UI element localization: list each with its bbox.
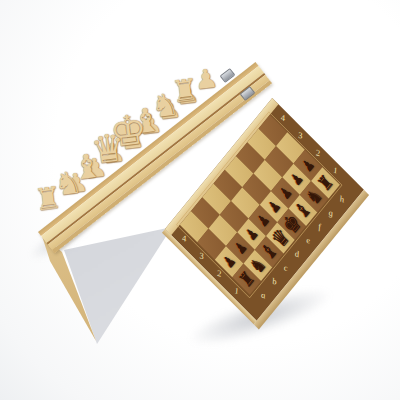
- chess-piece-light-R-back1[interactable]: ♜: [30, 182, 65, 216]
- chess-piece-light-P-pawn8[interactable]: ♟: [188, 65, 223, 95]
- product-photo-scene: 4321 4321 abcdefgh ♟♟♟♟♟♟♟♟♜♞♝♛♚♝♞♜ ♟♟♟♟…: [0, 0, 400, 400]
- chess-piece-light-N-back2[interactable]: ♞: [50, 166, 86, 201]
- chess-piece-light-B-back6[interactable]: ♝: [128, 102, 164, 139]
- chess-piece-light-B-back3[interactable]: ♝: [69, 148, 105, 185]
- chess-piece-light-Q-back4[interactable]: ♛: [88, 128, 124, 170]
- chess-piece-light-N-back7[interactable]: ♞: [147, 88, 183, 123]
- chess-piece-light-R-back8[interactable]: ♜: [167, 74, 202, 108]
- chess-piece-light-K-back5[interactable]: ♚: [108, 109, 145, 154]
